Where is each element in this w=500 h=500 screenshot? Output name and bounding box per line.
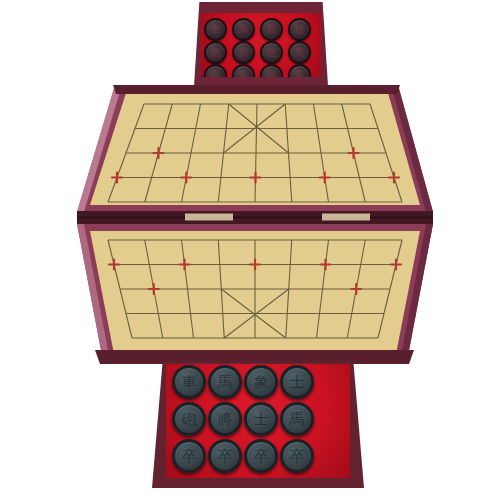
piece-character: 馬: [290, 412, 305, 427]
xiangqi-piece-black: 馬: [280, 402, 314, 436]
xiangqi-piece-black: 卒: [208, 439, 242, 473]
xiangqi-piece-black: 車: [172, 365, 206, 399]
piece-character: 卒: [182, 449, 197, 464]
piece-character: 象: [254, 375, 269, 390]
xiangqi-piece-black: 卒: [280, 439, 314, 473]
board-bottom-half: [77, 224, 433, 364]
hinge-plate: [322, 214, 370, 221]
xiangqi-piece-black: 士: [244, 402, 278, 436]
piece-character: 車: [182, 375, 197, 390]
bottom-tray-piece-grid: 車 馬 象 士 砲 將 士 馬 卒 卒 卒 卒: [172, 365, 314, 473]
xiangqi-piece-black: 砲: [172, 402, 206, 436]
xiangqi-piece-black: 象: [244, 365, 278, 399]
piece-character: 士: [290, 375, 305, 390]
piece-character: 士: [254, 412, 269, 427]
xiangqi-piece-black: 將: [208, 402, 242, 436]
piece-character: 卒: [218, 449, 233, 464]
piece-character: 將: [218, 412, 233, 427]
piece-character: 馬: [218, 375, 233, 390]
xiangqi-set-photo: 車 馬 相 仕 炮 帥 仕 馬 兵 兵 兵 兵: [0, 0, 500, 500]
bottom-piece-tray: 車 馬 象 士 砲 將 士 馬 卒 卒 卒 卒: [152, 362, 364, 488]
xiangqi-piece-black: 馬: [208, 365, 242, 399]
board-bottom-edge-bar: [95, 350, 414, 364]
fold-hinge: [77, 211, 433, 224]
board-top-half: [77, 85, 433, 212]
board-top-edge-bar: [113, 85, 400, 94]
piece-character: 砲: [182, 412, 197, 427]
bottom-tray-felt: 車 馬 象 士 砲 將 士 馬 卒 卒 卒 卒: [166, 364, 350, 478]
hinge-plate: [185, 214, 233, 221]
xiangqi-piece-black: 士: [280, 365, 314, 399]
piece-character: 卒: [290, 449, 305, 464]
piece-character: 卒: [254, 449, 269, 464]
xiangqi-piece-black: 卒: [172, 439, 206, 473]
xiangqi-piece-black: 卒: [244, 439, 278, 473]
